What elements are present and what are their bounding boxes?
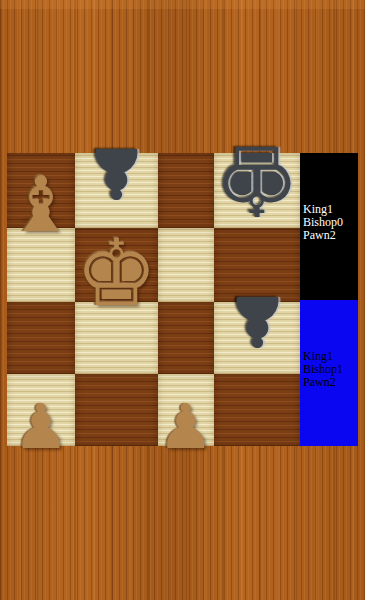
square-r2c2[interactable] [158, 302, 214, 374]
square-r1c2[interactable] [158, 228, 214, 302]
square-r2c3[interactable]: ♟ [214, 302, 300, 374]
square-r1c1[interactable]: ♚ [75, 228, 157, 302]
black-king-piece[interactable]: ♚ [214, 132, 300, 228]
black-pawn-count: Pawn2 [303, 229, 358, 242]
blue-pawn-count: Pawn2 [303, 376, 358, 389]
black-player-panel: King1 Bishop0 Pawn2 [300, 153, 358, 300]
square-r3c2[interactable]: ♟ [158, 374, 214, 446]
white-bishop-piece[interactable]: ♝ [7, 167, 75, 243]
square-r2c0[interactable] [7, 302, 75, 374]
square-r3c0[interactable]: ♟ [7, 374, 75, 446]
square-r3c1[interactable] [75, 374, 157, 446]
chess-board: ♝♟♚♚♟♟♟ [7, 153, 300, 446]
game-window: ♝♟♚♚♟♟♟ King1 Bishop0 Pawn2 King1 Bishop… [0, 0, 365, 600]
white-pawn-piece[interactable]: ♟ [158, 396, 214, 458]
square-r0c3[interactable]: ♚ [214, 153, 300, 228]
white-king-piece[interactable]: ♚ [75, 228, 157, 320]
black-pawn-piece[interactable]: ♟ [85, 138, 148, 208]
square-r0c0[interactable]: ♝ [7, 153, 75, 228]
square-r0c1[interactable]: ♟ [75, 153, 157, 228]
square-r3c3[interactable] [214, 374, 300, 446]
black-pawn-piece[interactable]: ♟ [226, 286, 289, 356]
white-pawn-piece[interactable]: ♟ [13, 396, 69, 458]
blue-player-panel: King1 Bishop1 Pawn2 [300, 300, 358, 446]
square-r0c2[interactable] [158, 153, 214, 228]
